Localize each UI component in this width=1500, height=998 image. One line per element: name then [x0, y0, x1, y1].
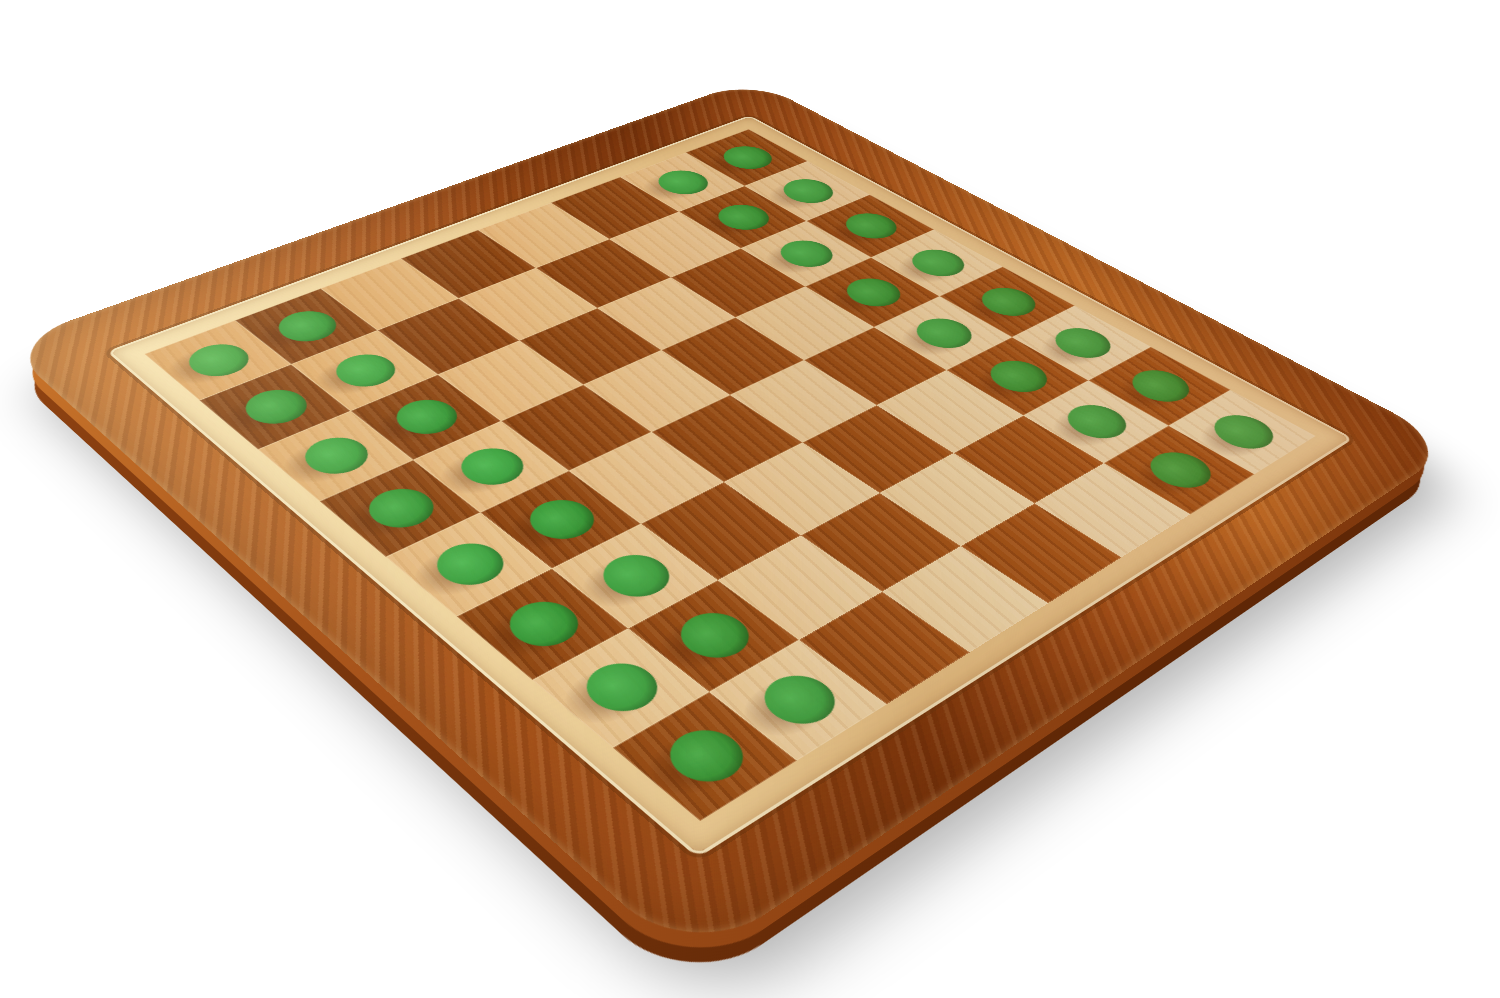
piece-white-pawn: ♟: [1111, 319, 1260, 483]
board-scene: ♜♟♟♜♞♟♟♞♝♟♟♝♛♟♟♚♚♟♟♛♝♟♟♝♞♟♟♞♜♟♟♜: [180, 0, 1279, 945]
chess-board-frame: ♜♟♟♜♞♟♟♞♝♟♟♝♛♟♟♚♚♟♟♛♝♟♟♝♞♟♟♞♜♟♟♜: [3, 79, 1456, 965]
board-inlay-margin: ♜♟♟♜♞♟♟♞♝♟♟♝♛♟♟♚♚♟♟♛♝♟♟♝♞♟♟♞♜♟♟♜: [111, 117, 1350, 854]
chess-set-photo: ♜♟♟♜♞♟♟♞♝♟♟♝♛♟♟♚♚♟♟♛♝♟♟♝♞♟♟♞♜♟♟♜: [0, 0, 1500, 998]
board-grid: ♜♟♟♜♞♟♟♞♝♟♟♝♛♟♟♚♚♟♟♛♝♟♟♝♞♟♟♞♜♟♟♜: [145, 129, 1316, 821]
square-h8: ♜: [613, 692, 797, 821]
piece-black-rook: ♜: [599, 520, 829, 773]
square-g3: [953, 415, 1104, 503]
